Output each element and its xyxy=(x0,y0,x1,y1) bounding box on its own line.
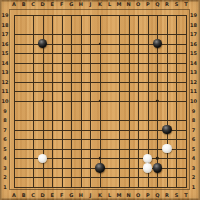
column-label-bottom: L xyxy=(108,193,111,198)
row-label-right: 1 xyxy=(192,185,195,190)
column-label-top: R xyxy=(165,2,169,7)
column-label-top: A xyxy=(12,2,16,7)
column-label-bottom: Q xyxy=(155,193,159,198)
column-label-bottom: E xyxy=(51,193,54,198)
column-label-top: Q xyxy=(155,2,159,7)
go-board-screen: AABBCCDDEEFFGGHHJJKKLLMMNNOOPPQQRRSSTT19… xyxy=(0,0,200,200)
column-label-bottom: B xyxy=(22,193,26,198)
column-label-bottom: D xyxy=(41,193,45,198)
row-label-left: 8 xyxy=(3,118,6,123)
row-label-right: 10 xyxy=(190,99,197,104)
column-label-bottom: P xyxy=(146,193,150,198)
column-label-top: T xyxy=(184,2,187,7)
row-label-right: 15 xyxy=(190,51,197,56)
board-cell-D4 xyxy=(38,154,48,164)
row-label-left: 17 xyxy=(2,32,9,37)
row-label-right: 14 xyxy=(190,60,197,65)
white-stone xyxy=(38,154,47,163)
row-label-left: 2 xyxy=(3,175,6,180)
board-cell-K3 xyxy=(95,163,105,173)
row-label-right: 3 xyxy=(192,165,195,170)
row-label-left: 7 xyxy=(3,127,6,132)
row-label-left: 3 xyxy=(3,165,6,170)
column-label-top: E xyxy=(51,2,54,7)
column-label-top: H xyxy=(79,2,83,7)
white-stone xyxy=(143,163,152,172)
column-label-top: O xyxy=(136,2,140,7)
row-label-right: 9 xyxy=(192,108,195,113)
row-label-right: 12 xyxy=(190,79,197,84)
row-label-right: 19 xyxy=(190,13,197,18)
row-label-right: 6 xyxy=(192,137,195,142)
column-label-bottom: A xyxy=(12,193,16,198)
row-label-left: 18 xyxy=(2,22,9,27)
row-label-right: 11 xyxy=(190,89,197,94)
row-label-left: 6 xyxy=(3,137,6,142)
row-label-right: 17 xyxy=(190,32,197,37)
column-label-bottom: N xyxy=(127,193,131,198)
column-label-bottom: K xyxy=(98,193,102,198)
column-label-top: L xyxy=(108,2,111,7)
column-label-bottom: G xyxy=(69,193,73,198)
black-stone xyxy=(153,39,162,48)
column-label-bottom: M xyxy=(117,193,122,198)
column-label-bottom: H xyxy=(79,193,83,198)
column-label-top: G xyxy=(69,2,73,7)
row-label-right: 16 xyxy=(190,41,197,46)
column-label-top: C xyxy=(31,2,35,7)
column-label-top: K xyxy=(98,2,102,7)
board-cell-P3 xyxy=(143,163,153,173)
column-label-top: S xyxy=(175,2,179,7)
row-label-left: 14 xyxy=(2,60,9,65)
column-label-bottom: C xyxy=(31,193,35,198)
white-stone xyxy=(143,154,152,163)
black-stone xyxy=(153,163,162,172)
black-stone xyxy=(38,39,47,48)
row-label-left: 16 xyxy=(2,41,9,46)
row-label-left: 4 xyxy=(3,156,6,161)
white-stone xyxy=(162,144,171,153)
row-label-left: 10 xyxy=(2,99,9,104)
column-label-top: F xyxy=(60,2,63,7)
row-label-left: 5 xyxy=(3,146,6,151)
black-stone xyxy=(162,125,171,134)
row-label-left: 15 xyxy=(2,51,9,56)
row-label-left: 13 xyxy=(2,70,9,75)
go-board[interactable] xyxy=(9,10,191,192)
row-label-left: 1 xyxy=(3,185,6,190)
board-cell-Q3 xyxy=(153,163,163,173)
row-label-left: 9 xyxy=(3,108,6,113)
row-label-left: 12 xyxy=(2,79,9,84)
row-label-right: 13 xyxy=(190,70,197,75)
black-stone xyxy=(95,163,104,172)
column-label-bottom: T xyxy=(184,193,187,198)
row-label-left: 19 xyxy=(2,13,9,18)
board-cell-R7 xyxy=(162,125,172,135)
board-cell-R5 xyxy=(162,144,172,154)
row-label-left: 11 xyxy=(2,89,9,94)
row-label-right: 5 xyxy=(192,146,195,151)
row-label-right: 2 xyxy=(192,175,195,180)
row-label-right: 4 xyxy=(192,156,195,161)
board-cell-P4 xyxy=(143,154,153,164)
board-cell-D16 xyxy=(38,39,48,49)
column-label-bottom: J xyxy=(90,193,92,198)
column-label-bottom: S xyxy=(175,193,179,198)
row-label-right: 7 xyxy=(192,127,195,132)
column-label-top: B xyxy=(22,2,26,7)
row-label-right: 8 xyxy=(192,118,195,123)
column-label-top: M xyxy=(117,2,122,7)
board-cell-Q16 xyxy=(153,39,163,49)
row-label-right: 18 xyxy=(190,22,197,27)
column-label-bottom: O xyxy=(136,193,140,198)
column-label-top: J xyxy=(90,2,92,7)
column-label-bottom: F xyxy=(60,193,63,198)
column-label-top: N xyxy=(127,2,131,7)
column-label-bottom: R xyxy=(165,193,169,198)
column-label-top: P xyxy=(146,2,150,7)
column-label-top: D xyxy=(41,2,45,7)
